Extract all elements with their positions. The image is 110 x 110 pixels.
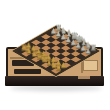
- gold-rook-piece: ♜: [55, 64, 62, 72]
- storage-case-front: [5, 76, 104, 86]
- silver-pawn-piece: ♟: [85, 48, 92, 55]
- felt-compartment: [14, 69, 41, 74]
- tray-wood-block: [83, 60, 98, 71]
- case-rim-notch: [78, 76, 90, 79]
